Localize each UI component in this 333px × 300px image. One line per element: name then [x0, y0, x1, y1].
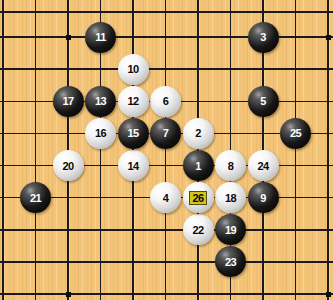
- star-point: [66, 35, 71, 40]
- move-number: 6: [163, 95, 169, 107]
- move-number: 23: [225, 256, 236, 268]
- grid-line-row-5: [0, 68, 333, 70]
- grid-line-row-4: [0, 36, 333, 38]
- stone-3-black: 3: [248, 22, 279, 53]
- stone-14-white: 14: [118, 150, 149, 181]
- move-number: 15: [127, 127, 138, 139]
- stone-6-white: 6: [150, 86, 181, 117]
- stone-9-black: 9: [248, 182, 279, 213]
- stone-11-black: 11: [85, 22, 116, 53]
- move-number: 19: [225, 224, 236, 236]
- stone-23-black: 23: [215, 246, 246, 277]
- stone-19-black: 19: [215, 214, 246, 245]
- stone-26-white: 26: [183, 182, 214, 213]
- stone-21-black: 21: [20, 182, 51, 213]
- stone-24-white: 24: [248, 150, 279, 181]
- move-number: 20: [62, 160, 73, 172]
- stone-8-white: 8: [215, 150, 246, 181]
- move-number: 2: [195, 127, 201, 139]
- move-number: 12: [127, 95, 138, 107]
- stone-16-white: 16: [85, 118, 116, 149]
- last-move-number-highlight: 26: [189, 191, 206, 205]
- gomoku-board[interactable]: 1234567891011121314151617181920212223242…: [0, 0, 333, 300]
- stone-17-black: 17: [53, 86, 84, 117]
- move-number: 25: [290, 127, 301, 139]
- move-number: 24: [257, 160, 268, 172]
- move-number: 14: [127, 160, 138, 172]
- move-number: 21: [30, 192, 41, 204]
- stone-2-white: 2: [183, 118, 214, 149]
- grid-line-row-12: [0, 293, 333, 295]
- stone-1-black: 1: [183, 150, 214, 181]
- move-number: 22: [192, 224, 203, 236]
- move-number: 11: [95, 31, 106, 43]
- move-number: 13: [95, 95, 106, 107]
- move-number: 10: [127, 63, 138, 75]
- stone-12-white: 12: [118, 86, 149, 117]
- grid-line-col-7: [165, 0, 167, 300]
- grid-line-col-12: [327, 0, 329, 300]
- move-number: 3: [260, 31, 266, 43]
- grid-line-row-3: [0, 11, 333, 13]
- stone-4-white: 4: [150, 182, 181, 213]
- grid-line-col-2: [2, 0, 4, 300]
- grid-line-row-8: [0, 165, 333, 167]
- star-point: [66, 292, 71, 297]
- grid-line-col-3: [35, 0, 37, 300]
- stone-13-black: 13: [85, 86, 116, 117]
- star-point: [326, 292, 331, 297]
- grid-line-col-11: [295, 0, 297, 300]
- stone-18-white: 18: [215, 182, 246, 213]
- stone-20-white: 20: [53, 150, 84, 181]
- stone-22-white: 22: [183, 214, 214, 245]
- stone-10-white: 10: [118, 54, 149, 85]
- move-number: 7: [163, 127, 169, 139]
- stone-25-black: 25: [280, 118, 311, 149]
- move-number: 17: [62, 95, 73, 107]
- stone-7-black: 7: [150, 118, 181, 149]
- move-number: 8: [228, 160, 234, 172]
- star-point: [326, 35, 331, 40]
- grid-line-row-11: [0, 261, 333, 263]
- grid-line-row-10: [0, 229, 333, 231]
- stone-15-black: 15: [118, 118, 149, 149]
- move-number: 18: [225, 192, 236, 204]
- move-number: 1: [195, 160, 201, 172]
- move-number: 4: [163, 192, 169, 204]
- stone-5-black: 5: [248, 86, 279, 117]
- move-number: 9: [260, 192, 266, 204]
- move-number: 16: [95, 127, 106, 139]
- move-number: 5: [260, 95, 266, 107]
